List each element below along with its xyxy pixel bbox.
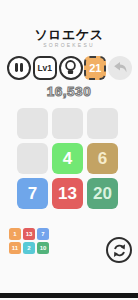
game-screen: ソロエケス SOROEKESU Lv1 21 16,530 4671320 11…: [0, 0, 138, 300]
next-tile-value: 21: [89, 62, 101, 74]
refresh-button[interactable]: [106, 237, 132, 263]
queue-tile-11: 11: [9, 242, 21, 254]
undo-button[interactable]: [108, 56, 132, 80]
bottom-bar: [0, 293, 138, 298]
board-cell-empty[interactable]: [87, 108, 118, 139]
score-display: 16,530: [0, 84, 138, 99]
game-subtitle: SOROEKESU: [0, 42, 138, 48]
board-cell-empty[interactable]: [17, 108, 48, 139]
board-cell-empty[interactable]: [52, 108, 83, 139]
board-tile-13[interactable]: 13: [52, 178, 83, 209]
board-tile-4[interactable]: 4: [52, 143, 83, 174]
undo-arrow-icon: [113, 61, 128, 74]
upcoming-tile-queue: 113711210: [9, 228, 49, 254]
level-label: Lv1: [37, 63, 52, 73]
pause-button[interactable]: [7, 56, 31, 80]
toolbar: Lv1 21: [7, 55, 132, 80]
refresh-icon: [112, 243, 127, 258]
queue-tile-7: 7: [37, 228, 49, 240]
board: 4671320: [17, 108, 118, 209]
hint-button[interactable]: [59, 56, 83, 80]
lightbulb-icon: [64, 60, 77, 75]
board-cell-empty[interactable]: [17, 143, 48, 174]
queue-tile-2: 2: [23, 242, 35, 254]
next-tile-badge[interactable]: 21: [84, 56, 106, 80]
pause-icon: [15, 63, 18, 72]
board-tile-7[interactable]: 7: [17, 178, 48, 209]
queue-tile-1: 1: [9, 228, 21, 240]
board-tile-6[interactable]: 6: [87, 143, 118, 174]
queue-tile-13: 13: [23, 228, 35, 240]
queue-tile-10: 10: [37, 242, 49, 254]
board-tile-20[interactable]: 20: [87, 178, 118, 209]
level-button[interactable]: Lv1: [33, 56, 57, 80]
